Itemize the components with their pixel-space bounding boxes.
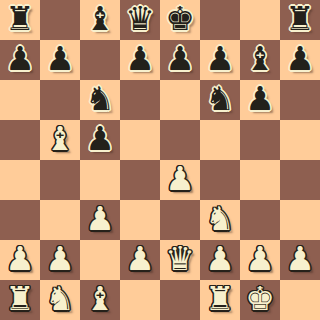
square-d5[interactable]	[120, 120, 160, 160]
square-b8[interactable]	[40, 0, 80, 40]
square-e7[interactable]: ♟	[160, 40, 200, 80]
white-bishop[interactable]: ♝	[85, 279, 115, 319]
square-g2[interactable]: ♟	[240, 240, 280, 280]
square-a4[interactable]	[0, 160, 40, 200]
black-bishop[interactable]: ♝	[245, 39, 275, 79]
black-king[interactable]: ♚	[165, 0, 195, 39]
white-rook[interactable]: ♜	[205, 279, 235, 319]
white-knight[interactable]: ♞	[45, 279, 75, 319]
square-c5[interactable]: ♟	[80, 120, 120, 160]
square-h4[interactable]	[280, 160, 320, 200]
white-rook[interactable]: ♜	[5, 279, 35, 319]
white-pawn[interactable]: ♟	[205, 239, 235, 279]
square-f7[interactable]: ♟	[200, 40, 240, 80]
square-e2[interactable]: ♛	[160, 240, 200, 280]
square-h1[interactable]	[280, 280, 320, 320]
square-b6[interactable]	[40, 80, 80, 120]
square-g7[interactable]: ♝	[240, 40, 280, 80]
square-b2[interactable]: ♟	[40, 240, 80, 280]
square-e8[interactable]: ♚	[160, 0, 200, 40]
square-h2[interactable]: ♟	[280, 240, 320, 280]
square-d8[interactable]: ♛	[120, 0, 160, 40]
white-pawn[interactable]: ♟	[125, 239, 155, 279]
square-c4[interactable]	[80, 160, 120, 200]
square-f4[interactable]	[200, 160, 240, 200]
white-queen[interactable]: ♛	[165, 239, 195, 279]
square-c2[interactable]	[80, 240, 120, 280]
square-f8[interactable]	[200, 0, 240, 40]
black-pawn[interactable]: ♟	[5, 39, 35, 79]
square-e6[interactable]	[160, 80, 200, 120]
square-h3[interactable]	[280, 200, 320, 240]
black-pawn[interactable]: ♟	[165, 39, 195, 79]
white-pawn[interactable]: ♟	[45, 239, 75, 279]
black-pawn[interactable]: ♟	[85, 119, 115, 159]
black-pawn[interactable]: ♟	[45, 39, 75, 79]
square-a6[interactable]	[0, 80, 40, 120]
black-rook[interactable]: ♜	[285, 0, 315, 39]
square-f2[interactable]: ♟	[200, 240, 240, 280]
square-b3[interactable]	[40, 200, 80, 240]
square-g6[interactable]: ♟	[240, 80, 280, 120]
square-a1[interactable]: ♜	[0, 280, 40, 320]
square-g8[interactable]	[240, 0, 280, 40]
square-e3[interactable]	[160, 200, 200, 240]
black-pawn[interactable]: ♟	[285, 39, 315, 79]
black-rook[interactable]: ♜	[5, 0, 35, 39]
black-knight[interactable]: ♞	[205, 79, 235, 119]
square-a5[interactable]	[0, 120, 40, 160]
square-h7[interactable]: ♟	[280, 40, 320, 80]
square-f6[interactable]: ♞	[200, 80, 240, 120]
black-queen[interactable]: ♛	[125, 0, 155, 39]
square-e5[interactable]	[160, 120, 200, 160]
square-d4[interactable]	[120, 160, 160, 200]
square-f5[interactable]	[200, 120, 240, 160]
white-pawn[interactable]: ♟	[85, 199, 115, 239]
square-d2[interactable]: ♟	[120, 240, 160, 280]
square-a7[interactable]: ♟	[0, 40, 40, 80]
square-c1[interactable]: ♝	[80, 280, 120, 320]
square-f3[interactable]: ♞	[200, 200, 240, 240]
square-e4[interactable]: ♟	[160, 160, 200, 200]
white-knight[interactable]: ♞	[205, 199, 235, 239]
square-c3[interactable]: ♟	[80, 200, 120, 240]
square-a8[interactable]: ♜	[0, 0, 40, 40]
white-bishop[interactable]: ♝	[45, 119, 75, 159]
white-pawn[interactable]: ♟	[245, 239, 275, 279]
white-pawn[interactable]: ♟	[5, 239, 35, 279]
square-d1[interactable]	[120, 280, 160, 320]
white-pawn[interactable]: ♟	[165, 159, 195, 199]
black-bishop[interactable]: ♝	[85, 0, 115, 39]
black-pawn[interactable]: ♟	[245, 79, 275, 119]
square-c8[interactable]: ♝	[80, 0, 120, 40]
square-b7[interactable]: ♟	[40, 40, 80, 80]
square-b5[interactable]: ♝	[40, 120, 80, 160]
square-g4[interactable]	[240, 160, 280, 200]
square-d3[interactable]	[120, 200, 160, 240]
square-c6[interactable]: ♞	[80, 80, 120, 120]
square-h5[interactable]	[280, 120, 320, 160]
square-h8[interactable]: ♜	[280, 0, 320, 40]
square-h6[interactable]	[280, 80, 320, 120]
square-b1[interactable]: ♞	[40, 280, 80, 320]
square-g3[interactable]	[240, 200, 280, 240]
square-e1[interactable]	[160, 280, 200, 320]
square-f1[interactable]: ♜	[200, 280, 240, 320]
black-pawn[interactable]: ♟	[125, 39, 155, 79]
white-king[interactable]: ♚	[245, 279, 275, 319]
black-knight[interactable]: ♞	[85, 79, 115, 119]
black-pawn[interactable]: ♟	[205, 39, 235, 79]
square-d6[interactable]	[120, 80, 160, 120]
chess-board: ♜♝♛♚♜♟♟♟♟♟♝♟♞♞♟♝♟♟♟♞♟♟♟♛♟♟♟♜♞♝♜♚	[0, 0, 320, 320]
square-a3[interactable]	[0, 200, 40, 240]
white-pawn[interactable]: ♟	[285, 239, 315, 279]
square-g5[interactable]	[240, 120, 280, 160]
square-b4[interactable]	[40, 160, 80, 200]
square-c7[interactable]	[80, 40, 120, 80]
square-a2[interactable]: ♟	[0, 240, 40, 280]
square-g1[interactable]: ♚	[240, 280, 280, 320]
square-d7[interactable]: ♟	[120, 40, 160, 80]
